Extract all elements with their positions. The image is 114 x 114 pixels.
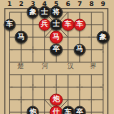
piece-black-elephant[interactable]: 象 <box>27 6 40 19</box>
piece-black-elephant[interactable]: 象 <box>97 31 110 44</box>
piece-black-horse[interactable]: 马 <box>15 31 28 44</box>
piece-black-advisor[interactable]: 士 <box>50 18 63 31</box>
river-label-char: 河 <box>42 62 49 71</box>
piece-black-general[interactable]: 将 <box>50 6 63 19</box>
river-label-char: 楚 <box>17 62 24 71</box>
piece-red-cannon[interactable]: 炮 <box>50 93 63 106</box>
piece-black-cannon[interactable]: 炮 <box>27 106 40 114</box>
piece-black-soldier[interactable]: 卒 <box>50 43 63 56</box>
piece-red-horse[interactable]: 马 <box>50 31 63 44</box>
piece-black-advisor[interactable]: 士 <box>38 6 51 19</box>
piece-red-advisor[interactable]: 仕 <box>50 106 63 114</box>
piece-black-chariot[interactable]: 车 <box>3 18 16 31</box>
piece-red-soldier[interactable]: 兵 <box>38 18 51 31</box>
piece-black-soldier[interactable]: 卒 <box>73 106 86 114</box>
river-label-char: 汉 <box>67 62 74 71</box>
xiangqi-app: 123456789 楚河汉界象士将车兵士车车马马象卒马炮炮仕车卒 <box>0 0 114 114</box>
piece-black-horse[interactable]: 马 <box>73 43 86 56</box>
river-label-char: 界 <box>90 62 97 71</box>
piece-red-chariot[interactable]: 车 <box>73 18 86 31</box>
